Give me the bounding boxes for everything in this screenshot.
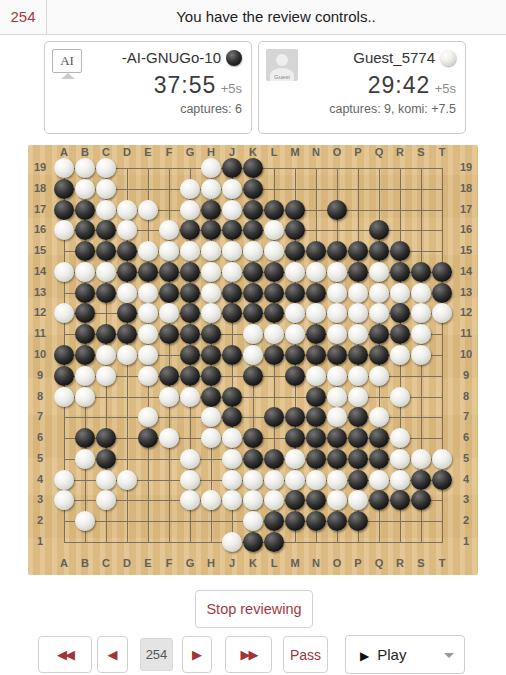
column-label: Q xyxy=(369,557,389,569)
stone-black-H16 xyxy=(201,220,221,240)
column-label: P xyxy=(348,557,368,569)
stone-black-O10 xyxy=(327,345,347,365)
stone-black-H9 xyxy=(201,366,221,386)
row-label: 13 xyxy=(30,286,50,298)
column-label: G xyxy=(180,146,200,158)
stone-white-B5 xyxy=(75,449,95,469)
stone-black-G9 xyxy=(180,366,200,386)
captures-black: captures: 6 xyxy=(82,102,242,116)
row-label: 1 xyxy=(456,535,476,547)
row-label: 12 xyxy=(30,306,50,318)
stone-black-N13 xyxy=(306,283,326,303)
row-label: 4 xyxy=(30,473,50,485)
row-label: 16 xyxy=(30,223,50,235)
row-label: 5 xyxy=(30,452,50,464)
stone-black-J13 xyxy=(222,283,242,303)
stone-black-E6 xyxy=(138,428,158,448)
stone-white-F15 xyxy=(159,241,179,261)
row-label: 8 xyxy=(30,390,50,402)
stone-white-B9 xyxy=(75,366,95,386)
stone-white-E13 xyxy=(138,283,158,303)
stone-white-N9 xyxy=(306,366,326,386)
stone-white-J6 xyxy=(222,428,242,448)
stone-black-B12 xyxy=(75,303,95,323)
stone-black-H17 xyxy=(201,200,221,220)
stone-white-N14 xyxy=(306,262,326,282)
stone-black-B6 xyxy=(75,428,95,448)
column-label: D xyxy=(117,557,137,569)
stone-white-E11 xyxy=(138,324,158,344)
go-board[interactable]: AABBCCDDEEFFGGHHJJKKLLMMNNOOPPQQRRSSTT19… xyxy=(28,145,478,575)
stone-white-Q13 xyxy=(369,283,389,303)
stone-white-H7 xyxy=(201,407,221,427)
stone-black-Q15 xyxy=(369,241,389,261)
dropdown-caret-icon xyxy=(444,653,454,658)
row-label: 8 xyxy=(456,390,476,402)
stone-white-G3 xyxy=(180,490,200,510)
stone-black-E14 xyxy=(138,262,158,282)
stone-black-H11 xyxy=(201,324,221,344)
stone-black-D11 xyxy=(117,324,137,344)
stone-white-H18 xyxy=(201,179,221,199)
stone-black-B13 xyxy=(75,283,95,303)
stone-black-K14 xyxy=(243,262,263,282)
column-label: B xyxy=(75,146,95,158)
person-silhouette-icon: Guest xyxy=(266,49,298,81)
stone-white-F16 xyxy=(159,220,179,240)
stone-black-N3 xyxy=(306,490,326,510)
stone-black-K5 xyxy=(243,449,263,469)
player-name-black[interactable]: -AI-GNUGo-10 xyxy=(122,49,221,66)
stone-white-Q9 xyxy=(369,366,389,386)
white-stone-icon xyxy=(440,50,456,66)
stone-black-F14 xyxy=(159,262,179,282)
stone-white-K11 xyxy=(243,324,263,344)
clock-increment-white: +5s xyxy=(435,81,456,96)
stone-white-H6 xyxy=(201,428,221,448)
stone-black-K16 xyxy=(243,220,263,240)
stone-white-A4 xyxy=(54,470,74,490)
last-move-button[interactable]: ▶▶ xyxy=(225,636,272,673)
stone-white-O9 xyxy=(327,366,347,386)
stone-white-G18 xyxy=(180,179,200,199)
row-label: 17 xyxy=(30,203,50,215)
row-label: 16 xyxy=(456,223,476,235)
row-label: 19 xyxy=(456,161,476,173)
column-label: R xyxy=(390,557,410,569)
stone-white-O7 xyxy=(327,407,347,427)
column-label: S xyxy=(411,557,431,569)
ai-monitor-stand xyxy=(61,73,75,79)
stone-white-H14 xyxy=(201,262,221,282)
stone-black-R14 xyxy=(390,262,410,282)
stone-black-H10 xyxy=(201,345,221,365)
stone-black-P4 xyxy=(348,470,368,490)
stone-white-O13 xyxy=(327,283,347,303)
row-label: 9 xyxy=(456,369,476,381)
stone-white-B2 xyxy=(75,511,95,531)
stone-white-E15 xyxy=(138,241,158,261)
stone-white-M12 xyxy=(285,303,305,323)
stone-white-R6 xyxy=(390,428,410,448)
stone-black-A10 xyxy=(54,345,74,365)
stone-white-K15 xyxy=(243,241,263,261)
stone-white-H19 xyxy=(201,158,221,178)
stone-white-D4 xyxy=(117,470,137,490)
stone-black-P7 xyxy=(348,407,368,427)
stone-white-H15 xyxy=(201,241,221,261)
column-label: A xyxy=(54,146,74,158)
pass-button[interactable]: Pass xyxy=(283,636,328,673)
stone-black-K1 xyxy=(243,532,263,552)
row-label: 18 xyxy=(30,182,50,194)
stone-black-D12 xyxy=(117,303,137,323)
stone-black-B16 xyxy=(75,220,95,240)
prev-move-button[interactable]: ◀ xyxy=(97,636,128,673)
play-label: Play xyxy=(377,646,406,663)
stone-white-K4 xyxy=(243,470,263,490)
column-label: T xyxy=(432,557,452,569)
stone-white-L15 xyxy=(264,241,284,261)
black-stone-icon xyxy=(226,50,242,66)
stone-black-K18 xyxy=(243,179,263,199)
stone-white-L11 xyxy=(264,324,284,344)
stone-black-R12 xyxy=(390,303,410,323)
stone-black-N10 xyxy=(306,345,326,365)
captures-white: captures: 9, komi: +7.5 xyxy=(296,102,456,116)
column-label: R xyxy=(390,146,410,158)
stone-black-F13 xyxy=(159,283,179,303)
stone-black-O5 xyxy=(327,449,347,469)
stone-white-C9 xyxy=(96,366,116,386)
stone-black-P2 xyxy=(348,511,368,531)
stone-black-O15 xyxy=(327,241,347,261)
column-label: M xyxy=(285,557,305,569)
stone-black-Q6 xyxy=(369,428,389,448)
stone-white-C10 xyxy=(96,345,116,365)
stone-white-G4 xyxy=(180,470,200,490)
stone-white-O3 xyxy=(327,490,347,510)
clock-increment-black: +5s xyxy=(221,81,242,96)
review-header: 254 You have the review controls.. xyxy=(0,0,506,35)
column-label: P xyxy=(348,146,368,158)
stone-black-K6 xyxy=(243,428,263,448)
stone-white-D10 xyxy=(117,345,137,365)
stone-white-E10 xyxy=(138,345,158,365)
clock-time-black: 37:55 xyxy=(154,72,217,98)
stone-white-R5 xyxy=(390,449,410,469)
stone-black-Q3 xyxy=(369,490,389,510)
stone-black-O2 xyxy=(327,511,347,531)
stone-white-F8 xyxy=(159,387,179,407)
stone-black-N15 xyxy=(306,241,326,261)
column-label: K xyxy=(243,146,263,158)
stone-black-L2 xyxy=(264,511,284,531)
stone-black-Q16 xyxy=(369,220,389,240)
stone-black-N11 xyxy=(306,324,326,344)
player-name-white[interactable]: Guest_5774 xyxy=(353,49,435,66)
stone-white-B19 xyxy=(75,158,95,178)
stone-white-E17 xyxy=(138,200,158,220)
stone-white-F6 xyxy=(159,428,179,448)
stone-white-C3 xyxy=(96,490,116,510)
stone-black-A17 xyxy=(54,200,74,220)
column-label: D xyxy=(117,146,137,158)
stone-black-M15 xyxy=(285,241,305,261)
stone-white-L3 xyxy=(264,490,284,510)
stone-black-A18 xyxy=(54,179,74,199)
row-label: 2 xyxy=(30,514,50,526)
stone-white-A19 xyxy=(54,158,74,178)
stone-white-B14 xyxy=(75,262,95,282)
stone-black-C16 xyxy=(96,220,116,240)
stone-white-E12 xyxy=(138,303,158,323)
stone-black-O17 xyxy=(327,200,347,220)
stone-white-Q7 xyxy=(369,407,389,427)
stone-white-B18 xyxy=(75,179,95,199)
stone-black-T14 xyxy=(432,262,452,282)
stone-white-G17 xyxy=(180,200,200,220)
stone-white-N12 xyxy=(306,303,326,323)
stone-black-J10 xyxy=(222,345,242,365)
stone-black-A9 xyxy=(54,366,74,386)
column-label: N xyxy=(306,146,326,158)
stone-black-M2 xyxy=(285,511,305,531)
stone-white-C18 xyxy=(96,179,116,199)
play-icon: ▶ xyxy=(360,649,369,663)
stone-white-J18 xyxy=(222,179,242,199)
stone-white-R8 xyxy=(390,387,410,407)
column-label: S xyxy=(411,146,431,158)
stone-white-A12 xyxy=(54,303,74,323)
row-label: 14 xyxy=(30,265,50,277)
row-label: 15 xyxy=(30,244,50,256)
stone-black-B10 xyxy=(75,345,95,365)
column-label: E xyxy=(138,146,158,158)
stone-white-E9 xyxy=(138,366,158,386)
stone-black-K9 xyxy=(243,366,263,386)
stone-black-K19 xyxy=(243,158,263,178)
review-controls-message: You have the review controls.. xyxy=(46,0,506,34)
stone-black-N2 xyxy=(306,511,326,531)
column-label: C xyxy=(96,146,116,158)
stone-white-J17 xyxy=(222,200,242,220)
stone-white-C4 xyxy=(96,470,116,490)
stone-black-G13 xyxy=(180,283,200,303)
stone-black-S3 xyxy=(411,490,431,510)
row-label: 7 xyxy=(456,410,476,422)
stone-white-P9 xyxy=(348,366,368,386)
stone-black-L13 xyxy=(264,283,284,303)
stone-black-N5 xyxy=(306,449,326,469)
stone-black-O6 xyxy=(327,428,347,448)
column-label: Q xyxy=(369,146,389,158)
ai-avatar-icon[interactable]: AI xyxy=(52,49,84,81)
stone-black-C11 xyxy=(96,324,116,344)
player-card-black: AI -AI-GNUGo-10 37:55 +5s captures: 6 xyxy=(44,41,252,134)
play-mode-dropdown[interactable]: ▶Play xyxy=(345,635,465,674)
stone-black-N8 xyxy=(306,387,326,407)
stone-black-B11 xyxy=(75,324,95,344)
row-label: 2 xyxy=(456,514,476,526)
column-label: B xyxy=(75,557,95,569)
row-label: 3 xyxy=(456,493,476,505)
stone-white-J14 xyxy=(222,262,242,282)
row-label: 5 xyxy=(456,452,476,464)
row-label: 14 xyxy=(456,265,476,277)
stone-black-J8 xyxy=(222,387,242,407)
stone-white-N4 xyxy=(306,470,326,490)
column-label: O xyxy=(327,557,347,569)
stone-black-F9 xyxy=(159,366,179,386)
stone-black-L12 xyxy=(264,303,284,323)
column-label: J xyxy=(222,557,242,569)
next-move-button[interactable]: ▶ xyxy=(182,636,212,673)
stone-white-J3 xyxy=(222,490,242,510)
row-label: 19 xyxy=(30,161,50,173)
stone-white-F12 xyxy=(159,303,179,323)
stone-black-S14 xyxy=(411,262,431,282)
stone-black-G10 xyxy=(180,345,200,365)
stone-white-Q4 xyxy=(369,470,389,490)
row-label: 6 xyxy=(456,431,476,443)
stone-black-P5 xyxy=(348,449,368,469)
stone-black-M17 xyxy=(285,200,305,220)
stone-white-K2 xyxy=(243,511,263,531)
column-label: M xyxy=(285,146,305,158)
stone-white-M4 xyxy=(285,470,305,490)
grid-line-horizontal xyxy=(64,397,443,398)
stone-white-J4 xyxy=(222,470,242,490)
stone-black-J7 xyxy=(222,407,242,427)
stone-white-O12 xyxy=(327,303,347,323)
stone-white-B8 xyxy=(75,387,95,407)
stone-black-P6 xyxy=(348,428,368,448)
stone-black-G11 xyxy=(180,324,200,344)
row-label: 1 xyxy=(30,535,50,547)
stone-black-K13 xyxy=(243,283,263,303)
stone-black-K17 xyxy=(243,200,263,220)
guest-avatar-icon[interactable]: Guest xyxy=(266,49,298,81)
column-label: L xyxy=(264,146,284,158)
column-label: J xyxy=(222,146,242,158)
stone-white-S12 xyxy=(411,303,431,323)
stone-white-O11 xyxy=(327,324,347,344)
stone-white-J5 xyxy=(222,449,242,469)
stone-white-M5 xyxy=(285,449,305,469)
row-label: 17 xyxy=(456,203,476,215)
stone-black-R11 xyxy=(390,324,410,344)
stone-white-H12 xyxy=(201,303,221,323)
row-label: 6 xyxy=(30,431,50,443)
stone-black-M16 xyxy=(285,220,305,240)
stone-white-E7 xyxy=(138,407,158,427)
stone-white-P8 xyxy=(348,387,368,407)
stone-white-H3 xyxy=(201,490,221,510)
stone-white-D13 xyxy=(117,283,137,303)
stone-white-O8 xyxy=(327,387,347,407)
clock-time-white: 29:42 xyxy=(368,72,431,98)
stone-white-O4 xyxy=(327,470,347,490)
stone-black-G16 xyxy=(180,220,200,240)
stone-white-L4 xyxy=(264,470,284,490)
stone-white-J15 xyxy=(222,241,242,261)
stone-white-G15 xyxy=(180,241,200,261)
stone-black-L10 xyxy=(264,345,284,365)
clock-white: 29:42 +5s xyxy=(296,72,456,98)
stone-black-D14 xyxy=(117,262,137,282)
stone-white-C14 xyxy=(96,262,116,282)
player-card-white: Guest Guest_5774 29:42 +5s captures: 9, … xyxy=(258,41,466,134)
stone-black-L17 xyxy=(264,200,284,220)
stone-white-M14 xyxy=(285,262,305,282)
stone-black-C15 xyxy=(96,241,116,261)
ai-monitor-icon: AI xyxy=(52,49,82,73)
stone-white-K10 xyxy=(243,345,263,365)
stone-black-L5 xyxy=(264,449,284,469)
first-move-button[interactable]: ◀◀ xyxy=(38,636,92,673)
row-label: 9 xyxy=(30,369,50,381)
stone-black-B17 xyxy=(75,200,95,220)
column-label: C xyxy=(96,557,116,569)
stone-white-R13 xyxy=(390,283,410,303)
stone-black-L14 xyxy=(264,262,284,282)
stone-white-P13 xyxy=(348,283,368,303)
stone-white-A8 xyxy=(54,387,74,407)
stone-white-S11 xyxy=(411,324,431,344)
stone-black-M6 xyxy=(285,428,305,448)
column-label: T xyxy=(432,146,452,158)
stone-black-L7 xyxy=(264,407,284,427)
column-label: L xyxy=(264,557,284,569)
stone-white-A3 xyxy=(54,490,74,510)
row-label: 13 xyxy=(456,286,476,298)
column-label: H xyxy=(201,146,221,158)
column-label: H xyxy=(201,557,221,569)
move-number-input[interactable] xyxy=(140,638,173,671)
row-label: 18 xyxy=(456,182,476,194)
stone-black-P14 xyxy=(348,262,368,282)
column-label: G xyxy=(180,557,200,569)
stone-white-T12 xyxy=(432,303,452,323)
move-number-indicator: 254 xyxy=(0,0,47,34)
stone-white-K3 xyxy=(243,490,263,510)
stone-white-O14 xyxy=(327,262,347,282)
stone-white-G5 xyxy=(180,449,200,469)
stone-white-Q12 xyxy=(369,303,389,323)
stone-black-M9 xyxy=(285,366,305,386)
stone-white-R4 xyxy=(390,470,410,490)
stone-black-G12 xyxy=(180,303,200,323)
stone-white-H13 xyxy=(201,283,221,303)
stone-black-Q11 xyxy=(369,324,389,344)
stone-black-J19 xyxy=(222,158,242,178)
stone-black-L1 xyxy=(264,532,284,552)
column-label: F xyxy=(159,557,179,569)
stone-black-Q5 xyxy=(369,449,389,469)
stone-black-Q10 xyxy=(369,345,389,365)
stone-black-D15 xyxy=(117,241,137,261)
stone-black-P15 xyxy=(348,241,368,261)
row-label: 3 xyxy=(30,493,50,505)
column-label: K xyxy=(243,557,263,569)
stone-white-M11 xyxy=(285,324,305,344)
stone-black-M3 xyxy=(285,490,305,510)
stone-white-D17 xyxy=(117,200,137,220)
stop-reviewing-button[interactable]: Stop reviewing xyxy=(195,590,313,628)
stone-white-L16 xyxy=(264,220,284,240)
row-label: 15 xyxy=(456,244,476,256)
